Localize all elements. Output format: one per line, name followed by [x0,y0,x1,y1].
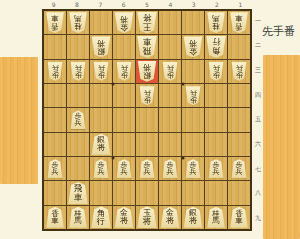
board-cell-45[interactable] [159,108,181,131]
board-cell-49[interactable]: 金将 [159,206,181,229]
file-label-4: 4 [159,1,182,8]
board-cell-69[interactable]: 金将 [113,206,135,229]
piece-kanji: 兵 [190,169,197,176]
piece-kanji: 兵 [98,169,105,176]
board-cell-61[interactable]: 金将 [113,11,135,34]
board-cell-72[interactable]: 銀将 [90,35,112,58]
shogi-piece-gote-63[interactable]: 歩兵 [116,62,132,81]
piece-kanji: 車 [235,217,243,225]
piece-kanji: 兵 [75,64,82,71]
board-cell-38[interactable] [182,181,204,204]
piece-kanji: 角 [212,47,221,56]
shogi-piece-sente-37[interactable]: 歩兵 [185,159,201,178]
board-cell-97[interactable]: 歩兵 [44,157,66,180]
piece-kanji: 兵 [144,169,151,176]
sente-piece-stand [263,55,300,239]
piece-kanji: 歩 [167,71,174,78]
piece-kanji: 兵 [190,89,197,96]
board-cell-14[interactable] [228,84,250,107]
shogi-piece-sente-89[interactable]: 桂馬 [69,207,88,228]
board-cell-57[interactable]: 歩兵 [136,157,158,180]
board-cell-15[interactable] [228,108,250,131]
piece-kanji: 将 [143,14,152,23]
file-label-1: 1 [229,1,252,8]
board-cell-51[interactable]: 王将 [136,11,158,34]
board-cell-44[interactable] [159,84,181,107]
board-cell-13[interactable]: 歩兵 [228,60,250,83]
board-cell-35[interactable] [182,108,204,131]
piece-kanji: 将 [143,217,152,226]
board-cell-67[interactable]: 歩兵 [113,157,135,180]
shogi-piece-gote-61[interactable]: 金将 [114,12,134,33]
piece-kanji: 銀 [143,71,151,79]
board-cell-52[interactable]: 飛車 [136,35,158,58]
shogi-piece-gote-72[interactable]: 銀将 [91,36,111,57]
piece-kanji: 銀 [97,47,105,55]
board-cell-73[interactable]: 歩兵 [90,60,112,83]
board-cell-11[interactable]: 香車 [228,11,250,34]
file-label-3: 3 [182,1,205,8]
piece-kanji: 香 [235,23,243,31]
piece-kanji: 歩 [75,71,82,78]
piece-kanji: 将 [143,63,151,71]
piece-kanji: 兵 [52,64,59,71]
shogi-piece-sente-88[interactable]: 飛車 [68,182,89,204]
board-cell-77[interactable]: 歩兵 [90,157,112,180]
board-cell-65[interactable] [113,108,135,131]
shogi-piece-gote-23[interactable]: 歩兵 [208,62,224,81]
board-cell-91[interactable]: 香車 [44,11,66,34]
board-cell-87[interactable] [67,157,89,180]
board-cell-98[interactable] [44,181,66,204]
board-cell-26[interactable] [205,133,227,156]
piece-kanji: 兵 [75,120,82,127]
file-label-7: 7 [89,1,112,8]
shogi-piece-sente-17[interactable]: 歩兵 [231,159,247,178]
file-label-5: 5 [135,1,158,8]
shogi-piece-sente-47[interactable]: 歩兵 [162,159,178,178]
shogi-piece-gote-51[interactable]: 王将 [137,12,158,34]
shogi-piece-gote-53[interactable]: 銀将 [137,61,157,82]
board-cell-94[interactable] [44,84,66,107]
piece-kanji: 将 [97,144,105,152]
board-cell-63[interactable]: 歩兵 [113,60,135,83]
shogi-piece-gote-73[interactable]: 歩兵 [93,62,109,81]
board-cell-79[interactable]: 角行 [90,206,112,229]
shogi-piece-gote-52[interactable]: 飛車 [137,36,158,58]
piece-kanji: 馬 [212,15,220,23]
piece-kanji: 桂 [212,23,220,31]
piece-kanji: 兵 [236,64,243,71]
piece-kanji: 車 [51,217,59,225]
piece-kanji: 行 [97,217,106,226]
board-cell-85[interactable]: 歩兵 [67,108,89,131]
board-cell-42[interactable] [159,35,181,58]
board-cell-16[interactable] [228,133,250,156]
shogi-piece-sente-39[interactable]: 銀将 [183,207,203,228]
board-cell-18[interactable] [228,181,250,204]
rank-label-4: 四 [253,83,263,108]
board-cell-62[interactable] [113,35,135,58]
board-cell-34[interactable]: 歩兵 [182,84,204,107]
board-cell-92[interactable] [44,35,66,58]
board-cell-66[interactable] [113,133,135,156]
board-cell-96[interactable] [44,133,66,156]
piece-kanji: 将 [189,39,197,47]
board-cell-39[interactable]: 銀将 [182,206,204,229]
board-cell-47[interactable]: 歩兵 [159,157,181,180]
file-label-6: 6 [112,1,135,8]
piece-kanji: 兵 [213,64,220,71]
board-cell-81[interactable]: 桂馬 [67,11,89,34]
piece-kanji: 将 [120,15,128,23]
board-cell-29[interactable]: 桂馬 [205,206,227,229]
piece-kanji: 馬 [74,15,82,23]
piece-kanji: 兵 [121,64,128,71]
board-cell-37[interactable]: 歩兵 [182,157,204,180]
shogi-piece-sente-99[interactable]: 香車 [46,207,65,228]
turn-indicator: 先手番 [262,24,295,39]
board-cell-19[interactable]: 香車 [228,206,250,229]
board-cell-46[interactable] [159,133,181,156]
piece-kanji: 桂 [74,23,82,31]
shogi-piece-sente-57[interactable]: 歩兵 [139,159,155,178]
piece-kanji: 兵 [236,169,243,176]
piece-kanji: 歩 [213,71,220,78]
shogi-piece-sente-79[interactable]: 角行 [91,206,112,228]
piece-kanji: 将 [97,39,105,47]
rank-label-7: 七 [253,157,263,182]
piece-kanji: 将 [120,217,128,225]
piece-kanji: 車 [235,15,243,23]
board-cell-55[interactable] [136,108,158,131]
piece-kanji: 歩 [121,71,128,78]
board-cell-82[interactable] [67,35,89,58]
board-cell-12[interactable] [228,35,250,58]
shogi-piece-sente-19[interactable]: 香車 [230,207,249,228]
piece-kanji: 兵 [213,169,220,176]
board-cell-24[interactable] [205,84,227,107]
board-cell-58[interactable] [136,181,158,204]
piece-kanji: 歩 [52,71,59,78]
board-cell-48[interactable] [159,181,181,204]
piece-kanji: 兵 [144,89,151,96]
shogi-piece-gote-34[interactable]: 歩兵 [185,86,201,105]
hoshi-dot [182,83,185,86]
shogi-piece-gote-83[interactable]: 歩兵 [70,62,86,81]
shogi-piece-gote-81[interactable]: 桂馬 [69,12,88,33]
rank-label-6: 六 [253,132,263,157]
board-cell-31[interactable] [182,11,204,34]
rank-label-5: 五 [253,108,263,133]
file-labels: 987654321 [42,1,252,8]
board-cell-76[interactable]: 銀将 [90,133,112,156]
piece-kanji: 飛 [143,47,152,56]
shogi-piece-sente-77[interactable]: 歩兵 [93,159,109,178]
board-cell-33[interactable] [182,60,204,83]
piece-kanji: 兵 [52,169,59,176]
piece-kanji: 馬 [212,217,220,225]
piece-kanji: 車 [74,193,83,202]
rank-label-9: 九 [253,206,263,231]
board-cell-43[interactable]: 歩兵 [159,60,181,83]
board-cell-23[interactable]: 歩兵 [205,60,227,83]
piece-kanji: 兵 [167,64,174,71]
piece-kanji: 歩 [98,71,105,78]
piece-kanji: 兵 [167,169,174,176]
shogi-piece-gote-93[interactable]: 歩兵 [47,62,63,81]
piece-kanji: 王 [143,23,152,32]
shogi-piece-sente-85[interactable]: 歩兵 [70,110,86,129]
shogi-piece-gote-32[interactable]: 金将 [183,36,203,57]
piece-kanji: 行 [212,38,221,47]
board-cell-95[interactable] [44,108,66,131]
shogi-piece-gote-43[interactable]: 歩兵 [162,62,178,81]
board-cell-84[interactable] [67,84,89,107]
shogi-piece-gote-21[interactable]: 桂馬 [207,12,226,33]
board-cell-28[interactable] [205,181,227,204]
shogi-piece-sente-29[interactable]: 桂馬 [207,207,226,228]
board-cell-89[interactable]: 桂馬 [67,206,89,229]
board-cell-68[interactable] [113,181,135,204]
shogi-piece-sente-59[interactable]: 玉将 [137,206,158,228]
file-label-8: 8 [65,1,88,8]
board-cell-59[interactable]: 玉将 [136,206,158,229]
board-cell-99[interactable]: 香車 [44,206,66,229]
shogi-piece-sente-67[interactable]: 歩兵 [116,159,132,178]
board-cell-71[interactable] [90,11,112,34]
piece-kanji: 将 [166,217,174,225]
board-cell-64[interactable] [113,84,135,107]
board-cell-75[interactable] [90,108,112,131]
file-label-2: 2 [205,1,228,8]
board-cell-36[interactable] [182,133,204,156]
shogi-piece-sente-27[interactable]: 歩兵 [208,159,224,178]
piece-kanji: 金 [189,47,197,55]
shogi-board: 香車桂馬金将王将桂馬香車銀将飛車金将角行歩兵歩兵歩兵歩兵銀将歩兵歩兵歩兵歩兵歩兵… [42,9,252,231]
piece-kanji: 兵 [121,169,128,176]
shogi-piece-gote-22[interactable]: 角行 [206,36,227,58]
board-cell-83[interactable]: 歩兵 [67,60,89,83]
hoshi-dot [182,157,185,160]
board-cell-78[interactable] [90,181,112,204]
board-cell-53[interactable]: 銀将 [136,60,158,83]
board-cell-32[interactable]: 金将 [182,35,204,58]
shogi-piece-gote-91[interactable]: 香車 [46,12,65,33]
board-cell-41[interactable] [159,11,181,34]
shogi-piece-sente-76[interactable]: 銀将 [91,134,111,155]
rank-label-3: 三 [253,58,263,83]
board-cell-17[interactable]: 歩兵 [228,157,250,180]
shogi-piece-gote-11[interactable]: 香車 [230,12,249,33]
shogi-piece-gote-54[interactable]: 歩兵 [139,86,155,105]
board-cell-93[interactable]: 歩兵 [44,60,66,83]
shogi-piece-sente-69[interactable]: 金将 [114,207,134,228]
piece-kanji: 車 [51,15,59,23]
file-label-9: 9 [42,1,65,8]
board-cell-74[interactable] [90,84,112,107]
piece-kanji: 将 [189,217,197,225]
piece-kanji: 車 [143,38,152,47]
hoshi-dot [112,157,115,160]
board-cell-27[interactable]: 歩兵 [205,157,227,180]
hoshi-dot [112,83,115,86]
rank-labels: 一二三四五六七八九 [253,9,263,231]
piece-kanji: 馬 [74,217,82,225]
piece-kanji: 香 [51,23,59,31]
piece-kanji: 兵 [98,64,105,71]
rank-label-8: 八 [253,182,263,207]
board-cell-86[interactable] [67,133,89,156]
board-cell-88[interactable]: 飛車 [67,181,89,204]
board-cell-56[interactable] [136,133,158,156]
board-cell-22[interactable]: 角行 [205,35,227,58]
piece-kanji: 歩 [236,71,243,78]
board-cell-25[interactable] [205,108,227,131]
shogi-piece-sente-49[interactable]: 金将 [160,207,180,228]
shogi-piece-sente-97[interactable]: 歩兵 [47,159,63,178]
shogi-piece-gote-13[interactable]: 歩兵 [231,62,247,81]
gote-piece-stand [0,57,38,184]
board-cell-21[interactable]: 桂馬 [205,11,227,34]
board-cell-54[interactable]: 歩兵 [136,84,158,107]
